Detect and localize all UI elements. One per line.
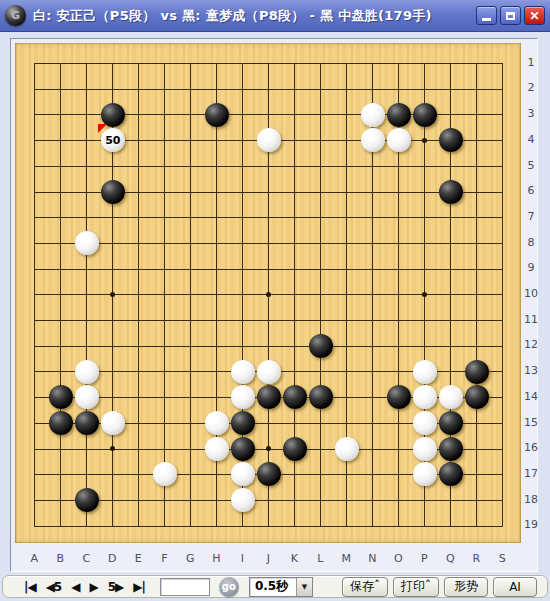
white-stone-I18[interactable] [231,488,255,512]
black-stone-Q15[interactable] [439,411,463,435]
black-stone-Q4[interactable] [439,128,463,152]
black-stone-P3[interactable] [413,103,437,127]
move-number-input[interactable] [160,578,210,596]
star-point [266,446,271,451]
row-label-9: 9 [523,261,539,275]
delay-select-value: 0.5秒 [250,578,296,596]
column-label-P: P [414,552,434,566]
row-label-7: 7 [523,210,539,224]
row-label-1: 1 [523,56,539,70]
white-stone-P14[interactable] [413,385,437,409]
delay-select[interactable]: 0.5秒 ▼ [249,577,313,597]
black-stone-J14[interactable] [257,385,281,409]
maximize-button[interactable] [500,6,521,25]
minimize-button[interactable] [476,6,497,25]
row-label-4: 4 [523,133,539,147]
column-label-N: N [362,552,382,566]
window-title: 白: 安正己（P5段） vs 黑: 童梦成（P8段） - 黑 中盘胜(179手) [33,7,469,25]
nav-first-button[interactable]: |◀ [19,581,41,593]
column-label-R: R [466,552,486,566]
row-label-14: 14 [523,390,539,404]
white-stone-J13[interactable] [257,360,281,384]
minimize-icon [482,18,491,21]
close-button[interactable]: ✕ [524,6,545,25]
column-label-Q: Q [440,552,460,566]
nav-forward-5-button[interactable]: 5▶ [103,581,129,593]
board-grid[interactable]: 50 [34,63,503,527]
row-label-15: 15 [523,416,539,430]
column-label-M: M [336,552,356,566]
black-stone-Q17[interactable] [439,462,463,486]
nav-forward-1-button[interactable]: ▶ [84,581,102,593]
black-stone-C15[interactable] [75,411,99,435]
black-stone-J17[interactable] [257,462,281,486]
column-label-F: F [154,552,174,566]
black-stone-L12[interactable] [309,334,333,358]
black-stone-R14[interactable] [465,385,489,409]
column-label-L: L [310,552,330,566]
black-stone-Q16[interactable] [439,437,463,461]
row-label-16: 16 [523,441,539,455]
white-stone-H16[interactable] [205,437,229,461]
white-stone-N4[interactable] [361,128,385,152]
white-stone-F17[interactable] [153,462,177,486]
black-stone-O14[interactable] [387,385,411,409]
star-point [110,446,115,451]
toolbar: |◀◀5◀▶5▶▶| go 0.5秒 ▼ 保存ˆ打印ˆ形势AI [2,575,548,598]
white-stone-N3[interactable] [361,103,385,127]
column-label-E: E [128,552,148,566]
white-stone-P16[interactable] [413,437,437,461]
row-label-12: 12 [523,338,539,352]
white-stone-H15[interactable] [205,411,229,435]
row-label-6: 6 [523,184,539,198]
column-label-D: D [102,552,122,566]
white-stone-P13[interactable] [413,360,437,384]
row-label-13: 13 [523,364,539,378]
white-stone-J4[interactable] [257,128,281,152]
black-stone-C18[interactable] [75,488,99,512]
white-stone-C14[interactable] [75,385,99,409]
black-stone-R13[interactable] [465,360,489,384]
white-stone-D15[interactable] [101,411,125,435]
row-label-10: 10 [523,287,539,301]
white-stone-O4[interactable] [387,128,411,152]
column-label-K: K [284,552,304,566]
row-label-19: 19 [523,518,539,532]
maximize-icon [506,12,515,20]
row-label-8: 8 [523,236,539,250]
white-stone-C8[interactable] [75,231,99,255]
white-stone-C13[interactable] [75,360,99,384]
column-label-J: J [258,552,278,566]
nav-last-button[interactable]: ▶| [128,581,150,593]
star-point [110,292,115,297]
black-stone-I15[interactable] [231,411,255,435]
move-number-label: 50 [101,128,125,152]
white-stone-I17[interactable] [231,462,255,486]
star-point [266,292,271,297]
white-stone-P15[interactable] [413,411,437,435]
nav-back-1-button[interactable]: ◀ [66,581,84,593]
title-bar[interactable]: G 白: 安正己（P5段） vs 黑: 童梦成（P8段） - 黑 中盘胜(179… [0,0,550,32]
column-label-S: S [492,552,512,566]
white-stone-I13[interactable] [231,360,255,384]
star-point [422,138,427,143]
column-label-I: I [232,552,252,566]
playback-controls: |◀◀5◀▶5▶▶| [19,581,150,593]
black-stone-Q6[interactable] [439,180,463,204]
row-label-2: 2 [523,81,539,95]
chevron-down-icon[interactable]: ▼ [296,578,312,596]
column-label-O: O [388,552,408,566]
go-button[interactable]: go [219,577,239,597]
app-window: G 白: 安正己（P5段） vs 黑: 童梦成（P8段） - 黑 中盘胜(179… [0,0,550,601]
black-stone-B15[interactable] [49,411,73,435]
white-stone-M16[interactable] [335,437,359,461]
black-stone-D3[interactable] [101,103,125,127]
black-stone-I16[interactable] [231,437,255,461]
white-stone-D4[interactable]: 50 [101,128,125,152]
column-label-A: A [24,552,44,566]
board-frame: 50 12345678910111213141516171819 ABCDEFG… [10,38,538,572]
row-label-18: 18 [523,493,539,507]
nav-back-5-button[interactable]: ◀5 [41,581,67,593]
close-icon: ✕ [529,10,539,22]
window-controls: ✕ [476,6,545,25]
save-button[interactable]: 保存ˆ [342,577,388,597]
row-label-3: 3 [523,107,539,121]
black-stone-B14[interactable] [49,385,73,409]
white-stone-I14[interactable] [231,385,255,409]
black-stone-L14[interactable] [309,385,333,409]
print-button[interactable]: 打印ˆ [393,577,439,597]
ai-button[interactable]: AI [493,577,537,597]
row-label-17: 17 [523,467,539,481]
white-stone-Q14[interactable] [439,385,463,409]
go-stone-app-icon: G [5,5,26,26]
black-stone-H3[interactable] [205,103,229,127]
white-stone-P17[interactable] [413,462,437,486]
black-stone-D6[interactable] [101,180,125,204]
goban[interactable]: 50 [15,43,521,543]
column-label-C: C [76,552,96,566]
column-label-G: G [180,552,200,566]
black-stone-K16[interactable] [283,437,307,461]
situation-button[interactable]: 形势 [444,577,488,597]
row-label-5: 5 [523,159,539,173]
row-label-11: 11 [523,313,539,327]
action-buttons: 保存ˆ打印ˆ形势AI [342,577,537,597]
star-point [422,292,427,297]
black-stone-K14[interactable] [283,385,307,409]
column-label-H: H [206,552,226,566]
column-label-B: B [50,552,70,566]
black-stone-O3[interactable] [387,103,411,127]
